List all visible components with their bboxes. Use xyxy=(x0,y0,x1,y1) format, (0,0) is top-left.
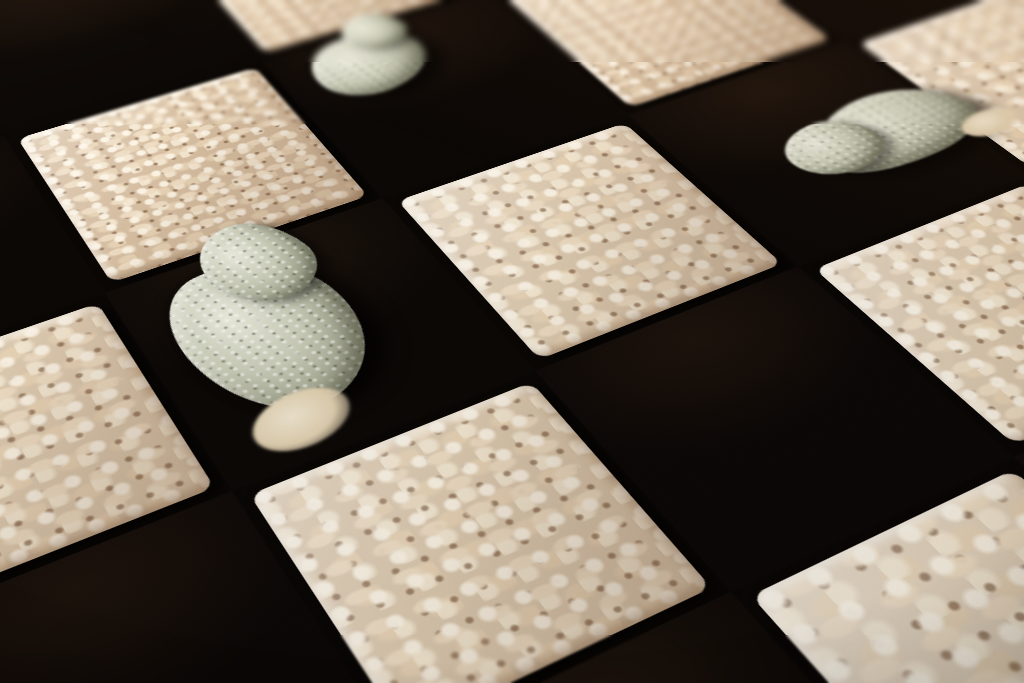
foam-piece-center xyxy=(131,239,414,433)
art-checkerboard-photo xyxy=(0,0,1024,683)
checkerboard xyxy=(0,0,1024,683)
board-scene xyxy=(0,0,1024,683)
